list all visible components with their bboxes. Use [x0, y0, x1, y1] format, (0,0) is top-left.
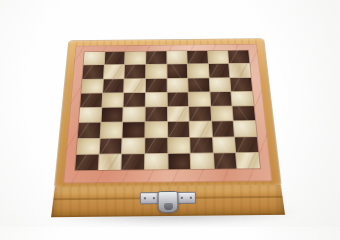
square-c6 [124, 79, 145, 93]
square-e7 [167, 64, 187, 77]
square-d5 [146, 93, 167, 107]
square-b6 [103, 79, 124, 93]
square-e2 [168, 137, 190, 152]
square-b3 [100, 123, 122, 138]
square-g3 [212, 121, 234, 136]
clasp-plate-right [177, 192, 196, 204]
square-e3 [168, 122, 190, 137]
square-f8 [187, 51, 207, 64]
square-d8 [146, 51, 166, 64]
square-g5 [210, 92, 232, 106]
square-d2 [145, 138, 167, 153]
square-b1 [98, 154, 121, 170]
square-a7 [82, 65, 103, 78]
square-h7 [230, 64, 251, 77]
board-grid [75, 50, 260, 170]
square-g1 [214, 153, 237, 169]
clasp-screw [181, 197, 183, 199]
box-front-panel [51, 185, 285, 217]
square-g6 [209, 78, 230, 92]
square-h4 [233, 106, 255, 120]
square-c3 [123, 122, 145, 137]
square-f1 [191, 153, 214, 169]
pink-marble-border [63, 44, 272, 183]
square-d6 [146, 78, 167, 92]
square-e5 [167, 92, 188, 106]
square-g2 [213, 137, 236, 152]
square-h8 [228, 50, 249, 63]
clasp-screw [153, 197, 155, 199]
square-h6 [231, 77, 253, 91]
square-g7 [209, 64, 230, 77]
square-a2 [76, 138, 99, 153]
square-c2 [122, 138, 144, 153]
square-b2 [99, 138, 121, 153]
square-b4 [101, 108, 123, 122]
square-d7 [146, 65, 166, 78]
metal-clasp [140, 190, 196, 215]
square-g4 [211, 106, 233, 120]
square-h3 [234, 121, 257, 136]
square-d4 [145, 107, 166, 121]
square-e6 [167, 78, 188, 92]
square-c4 [123, 107, 144, 121]
square-f7 [188, 64, 209, 77]
square-b7 [104, 65, 125, 78]
square-a4 [79, 108, 101, 122]
box-lid-top [55, 39, 281, 188]
clasp-screw [190, 197, 192, 199]
square-f4 [189, 107, 211, 121]
square-h5 [232, 92, 254, 106]
square-c1 [122, 154, 144, 170]
square-f6 [188, 78, 209, 92]
square-h2 [235, 137, 258, 152]
square-e4 [167, 107, 188, 121]
square-a1 [75, 154, 98, 170]
square-e8 [167, 51, 187, 64]
square-c8 [125, 52, 145, 65]
square-f3 [190, 122, 212, 137]
square-a6 [81, 79, 102, 93]
clasp-hook-icon [157, 191, 178, 213]
square-b8 [104, 52, 124, 65]
square-b5 [102, 93, 123, 107]
square-f5 [189, 92, 210, 106]
square-f2 [190, 137, 212, 152]
square-a3 [78, 123, 100, 138]
square-c7 [125, 65, 145, 78]
square-d3 [145, 122, 167, 137]
square-h1 [237, 153, 260, 169]
square-c5 [124, 93, 145, 107]
square-d1 [145, 154, 167, 170]
square-a8 [84, 52, 105, 65]
square-e1 [168, 153, 190, 169]
square-g8 [208, 51, 229, 64]
clasp-plate-left [140, 192, 159, 204]
chess-box [0, 0, 340, 227]
square-a5 [80, 93, 102, 107]
clasp-screw [144, 197, 146, 199]
